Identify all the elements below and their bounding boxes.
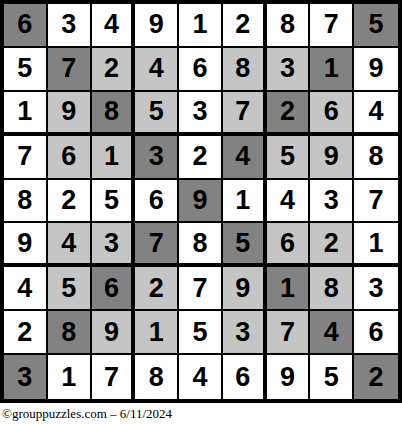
cell-r6c2[interactable]: 4 bbox=[48, 223, 92, 267]
cell-r6c9[interactable]: 1 bbox=[354, 223, 398, 267]
cell-r4c7[interactable]: 5 bbox=[267, 136, 311, 180]
cell-r9c6[interactable]: 6 bbox=[223, 355, 267, 399]
cell-r5c2[interactable]: 2 bbox=[48, 180, 92, 224]
cell-r1c8[interactable]: 7 bbox=[310, 4, 354, 48]
cell-r6c5[interactable]: 8 bbox=[179, 223, 223, 267]
cell-r4c6[interactable]: 4 bbox=[223, 136, 267, 180]
copyright-text: ©grouppuzzles.com – 6/11/2024 bbox=[0, 403, 402, 422]
cell-r8c5[interactable]: 5 bbox=[179, 311, 223, 355]
cell-r9c2[interactable]: 1 bbox=[48, 355, 92, 399]
cell-r1c7[interactable]: 8 bbox=[267, 4, 311, 48]
cell-r6c8[interactable]: 2 bbox=[310, 223, 354, 267]
cell-r7c2[interactable]: 5 bbox=[48, 267, 92, 311]
cell-r2c8[interactable]: 1 bbox=[310, 48, 354, 92]
cell-r7c1[interactable]: 4 bbox=[4, 267, 48, 311]
cell-r9c9[interactable]: 2 bbox=[354, 355, 398, 399]
cell-r8c1[interactable]: 2 bbox=[4, 311, 48, 355]
cell-r5c7[interactable]: 4 bbox=[267, 180, 311, 224]
cell-r3c7[interactable]: 2 bbox=[267, 92, 311, 136]
cell-r1c5[interactable]: 1 bbox=[179, 4, 223, 48]
cell-r4c1[interactable]: 7 bbox=[4, 136, 48, 180]
cell-r1c3[interactable]: 4 bbox=[92, 4, 136, 48]
cell-r1c4[interactable]: 9 bbox=[135, 4, 179, 48]
cell-r8c7[interactable]: 7 bbox=[267, 311, 311, 355]
cell-r5c4[interactable]: 6 bbox=[135, 180, 179, 224]
cell-r7c7[interactable]: 1 bbox=[267, 267, 311, 311]
cell-r3c3[interactable]: 8 bbox=[92, 92, 136, 136]
cell-r8c3[interactable]: 9 bbox=[92, 311, 136, 355]
cell-r2c7[interactable]: 3 bbox=[267, 48, 311, 92]
cell-r7c4[interactable]: 2 bbox=[135, 267, 179, 311]
cell-r2c2[interactable]: 7 bbox=[48, 48, 92, 92]
cell-r9c4[interactable]: 8 bbox=[135, 355, 179, 399]
cell-r4c3[interactable]: 1 bbox=[92, 136, 136, 180]
cell-r6c1[interactable]: 9 bbox=[4, 223, 48, 267]
cell-r6c4[interactable]: 7 bbox=[135, 223, 179, 267]
cell-r3c1[interactable]: 1 bbox=[4, 92, 48, 136]
cell-r9c7[interactable]: 9 bbox=[267, 355, 311, 399]
cell-r3c2[interactable]: 9 bbox=[48, 92, 92, 136]
cell-r5c9[interactable]: 7 bbox=[354, 180, 398, 224]
cell-r3c9[interactable]: 4 bbox=[354, 92, 398, 136]
cell-r1c9[interactable]: 5 bbox=[354, 4, 398, 48]
cell-r5c3[interactable]: 5 bbox=[92, 180, 136, 224]
cell-r9c3[interactable]: 7 bbox=[92, 355, 136, 399]
cell-r3c5[interactable]: 3 bbox=[179, 92, 223, 136]
cell-r2c3[interactable]: 2 bbox=[92, 48, 136, 92]
cell-r8c4[interactable]: 1 bbox=[135, 311, 179, 355]
cell-r9c8[interactable]: 5 bbox=[310, 355, 354, 399]
sudoku-board: 6349128755724683191985372647613245988256… bbox=[0, 0, 402, 403]
cell-r2c4[interactable]: 4 bbox=[135, 48, 179, 92]
cell-r5c8[interactable]: 3 bbox=[310, 180, 354, 224]
cell-r5c6[interactable]: 1 bbox=[223, 180, 267, 224]
cell-r6c7[interactable]: 6 bbox=[267, 223, 311, 267]
cell-r3c6[interactable]: 7 bbox=[223, 92, 267, 136]
cell-r2c6[interactable]: 8 bbox=[223, 48, 267, 92]
cell-r2c5[interactable]: 6 bbox=[179, 48, 223, 92]
cell-r5c5[interactable]: 9 bbox=[179, 180, 223, 224]
cell-r4c8[interactable]: 9 bbox=[310, 136, 354, 180]
cell-r7c6[interactable]: 9 bbox=[223, 267, 267, 311]
cell-r1c2[interactable]: 3 bbox=[48, 4, 92, 48]
cell-r2c9[interactable]: 9 bbox=[354, 48, 398, 92]
cell-r3c4[interactable]: 5 bbox=[135, 92, 179, 136]
cell-r4c2[interactable]: 6 bbox=[48, 136, 92, 180]
cell-r3c8[interactable]: 6 bbox=[310, 92, 354, 136]
cell-r6c6[interactable]: 5 bbox=[223, 223, 267, 267]
cell-r7c9[interactable]: 3 bbox=[354, 267, 398, 311]
cell-r2c1[interactable]: 5 bbox=[4, 48, 48, 92]
cell-r1c6[interactable]: 2 bbox=[223, 4, 267, 48]
cell-r4c9[interactable]: 8 bbox=[354, 136, 398, 180]
cell-r8c2[interactable]: 8 bbox=[48, 311, 92, 355]
cell-r6c3[interactable]: 3 bbox=[92, 223, 136, 267]
cell-r7c5[interactable]: 7 bbox=[179, 267, 223, 311]
cell-r8c6[interactable]: 3 bbox=[223, 311, 267, 355]
cell-r8c8[interactable]: 4 bbox=[310, 311, 354, 355]
cell-r7c3[interactable]: 6 bbox=[92, 267, 136, 311]
cell-r9c1[interactable]: 3 bbox=[4, 355, 48, 399]
cell-r8c9[interactable]: 6 bbox=[354, 311, 398, 355]
cell-r4c4[interactable]: 3 bbox=[135, 136, 179, 180]
cell-r1c1[interactable]: 6 bbox=[4, 4, 48, 48]
cell-r5c1[interactable]: 8 bbox=[4, 180, 48, 224]
cell-r4c5[interactable]: 2 bbox=[179, 136, 223, 180]
cell-r9c5[interactable]: 4 bbox=[179, 355, 223, 399]
cell-r7c8[interactable]: 8 bbox=[310, 267, 354, 311]
